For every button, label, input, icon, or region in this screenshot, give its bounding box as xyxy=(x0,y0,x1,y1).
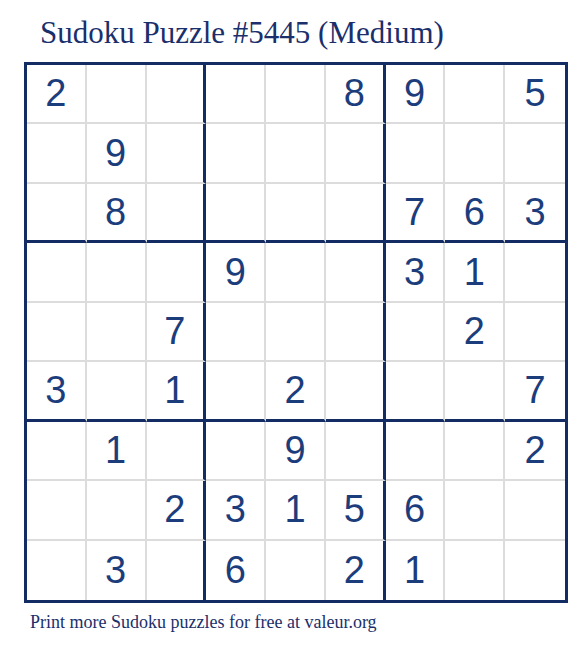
cell-r6c7[interactable] xyxy=(386,362,446,421)
cell-r8c4[interactable]: 3 xyxy=(206,481,266,540)
cell-r8c9[interactable] xyxy=(505,481,565,540)
cell-r7c4[interactable] xyxy=(206,422,266,481)
cell-r6c9[interactable]: 7 xyxy=(505,362,565,421)
cell-r1c8[interactable] xyxy=(445,65,505,124)
cell-r3c2[interactable]: 8 xyxy=(87,184,147,243)
cell-r8c3[interactable]: 2 xyxy=(147,481,207,540)
cell-r7c3[interactable] xyxy=(147,422,207,481)
cell-r8c7[interactable]: 6 xyxy=(386,481,446,540)
cell-r6c5[interactable]: 2 xyxy=(266,362,326,421)
cell-r7c5[interactable]: 9 xyxy=(266,422,326,481)
cell-r5c6[interactable] xyxy=(326,303,386,362)
cell-r6c3[interactable]: 1 xyxy=(147,362,207,421)
cell-r5c5[interactable] xyxy=(266,303,326,362)
cell-r4c3[interactable] xyxy=(147,243,207,302)
cell-r4c8[interactable]: 1 xyxy=(445,243,505,302)
cell-r2c9[interactable] xyxy=(505,124,565,183)
cell-r8c5[interactable]: 1 xyxy=(266,481,326,540)
cell-r1c3[interactable] xyxy=(147,65,207,124)
cell-r2c2[interactable]: 9 xyxy=(87,124,147,183)
cell-r4c2[interactable] xyxy=(87,243,147,302)
cell-r1c1[interactable]: 2 xyxy=(27,65,87,124)
puzzle-title: Sudoku Puzzle #5445 (Medium) xyxy=(40,14,444,51)
cell-r8c1[interactable] xyxy=(27,481,87,540)
cell-r2c6[interactable] xyxy=(326,124,386,183)
cell-r5c7[interactable] xyxy=(386,303,446,362)
cell-r2c3[interactable] xyxy=(147,124,207,183)
cell-r7c1[interactable] xyxy=(27,422,87,481)
cell-r2c7[interactable] xyxy=(386,124,446,183)
cell-r5c2[interactable] xyxy=(87,303,147,362)
cell-r9c9[interactable] xyxy=(505,541,565,600)
cell-r8c6[interactable]: 5 xyxy=(326,481,386,540)
cell-r6c8[interactable] xyxy=(445,362,505,421)
cell-r9c5[interactable] xyxy=(266,541,326,600)
cell-r7c8[interactable] xyxy=(445,422,505,481)
cell-r1c6[interactable]: 8 xyxy=(326,65,386,124)
cell-r2c8[interactable] xyxy=(445,124,505,183)
cell-r2c4[interactable] xyxy=(206,124,266,183)
cell-r5c9[interactable] xyxy=(505,303,565,362)
cell-r7c7[interactable] xyxy=(386,422,446,481)
cell-r9c6[interactable]: 2 xyxy=(326,541,386,600)
cell-r8c2[interactable] xyxy=(87,481,147,540)
cell-r6c1[interactable]: 3 xyxy=(27,362,87,421)
cell-r5c4[interactable] xyxy=(206,303,266,362)
cell-r1c4[interactable] xyxy=(206,65,266,124)
cell-r3c8[interactable]: 6 xyxy=(445,184,505,243)
cell-r7c9[interactable]: 2 xyxy=(505,422,565,481)
cell-r7c2[interactable]: 1 xyxy=(87,422,147,481)
cell-r2c1[interactable] xyxy=(27,124,87,183)
cell-r3c6[interactable] xyxy=(326,184,386,243)
cell-r9c2[interactable]: 3 xyxy=(87,541,147,600)
cell-r5c3[interactable]: 7 xyxy=(147,303,207,362)
cell-r1c5[interactable] xyxy=(266,65,326,124)
cell-r3c4[interactable] xyxy=(206,184,266,243)
page: Sudoku Puzzle #5445 (Medium) 28959876393… xyxy=(0,0,574,651)
cell-r6c2[interactable] xyxy=(87,362,147,421)
cell-r4c7[interactable]: 3 xyxy=(386,243,446,302)
cell-r5c8[interactable]: 2 xyxy=(445,303,505,362)
cell-r3c3[interactable] xyxy=(147,184,207,243)
cell-r9c8[interactable] xyxy=(445,541,505,600)
cell-r9c3[interactable] xyxy=(147,541,207,600)
cell-r4c1[interactable] xyxy=(27,243,87,302)
cell-r9c1[interactable] xyxy=(27,541,87,600)
cell-r8c8[interactable] xyxy=(445,481,505,540)
footer-text: Print more Sudoku puzzles for free at va… xyxy=(30,612,377,633)
cell-r1c2[interactable] xyxy=(87,65,147,124)
cell-r4c6[interactable] xyxy=(326,243,386,302)
sudoku-board: 289598763931723127192231563621 xyxy=(24,62,568,603)
cell-r3c9[interactable]: 3 xyxy=(505,184,565,243)
cell-r4c5[interactable] xyxy=(266,243,326,302)
cell-r5c1[interactable] xyxy=(27,303,87,362)
cell-r9c7[interactable]: 1 xyxy=(386,541,446,600)
cell-r1c7[interactable]: 9 xyxy=(386,65,446,124)
cell-r4c4[interactable]: 9 xyxy=(206,243,266,302)
cell-r9c4[interactable]: 6 xyxy=(206,541,266,600)
cell-r1c9[interactable]: 5 xyxy=(505,65,565,124)
cell-r4c9[interactable] xyxy=(505,243,565,302)
cell-r6c4[interactable] xyxy=(206,362,266,421)
cell-r3c1[interactable] xyxy=(27,184,87,243)
cell-r6c6[interactable] xyxy=(326,362,386,421)
cell-r3c7[interactable]: 7 xyxy=(386,184,446,243)
cell-r2c5[interactable] xyxy=(266,124,326,183)
cell-r7c6[interactable] xyxy=(326,422,386,481)
cell-r3c5[interactable] xyxy=(266,184,326,243)
